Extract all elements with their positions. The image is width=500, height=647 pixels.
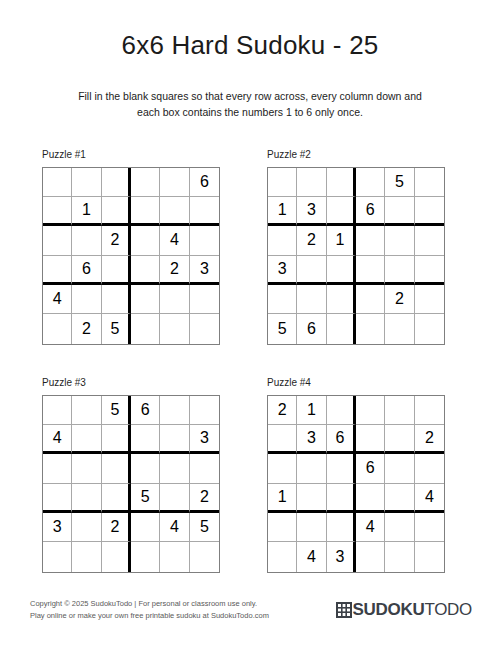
puzzle-2-cell-r6c1: 5 [268,314,297,343]
puzzle-4-cell-r5c1 [268,513,297,542]
puzzle-3: Puzzle #3 5643523245 [42,375,220,573]
puzzle-3-cell-r3c2 [72,454,101,483]
puzzle-4-cell-r1c4 [356,396,385,425]
puzzle-3-cell-r1c1 [43,396,72,425]
puzzle-2-cell-r3c2: 2 [297,226,326,255]
puzzle-3-cell-r1c3: 5 [102,396,131,425]
puzzle-2-cell-r5c5: 2 [385,285,414,314]
puzzle-3-cell-r3c4 [131,454,160,483]
puzzle-4-cell-r1c6 [415,396,444,425]
puzzle-1-cell-r1c1 [43,168,72,197]
puzzle-2-cell-r1c3 [327,168,356,197]
puzzle-3-cell-r5c6: 5 [190,513,219,542]
puzzle-2-cell-r1c2 [297,168,326,197]
puzzle-3-cell-r2c4 [131,425,160,454]
puzzle-2-cell-r5c1 [268,285,297,314]
puzzle-2-cell-r4c5 [385,256,414,285]
puzzle-4-cell-r4c1: 1 [268,484,297,513]
puzzle-4-cell-r4c2 [297,484,326,513]
puzzle-2-cell-r6c6 [415,314,444,343]
puzzle-4-cell-r6c3: 3 [327,542,356,571]
puzzle-1-cell-r6c6 [190,314,219,343]
puzzle-1-cell-r6c5 [160,314,189,343]
instructions-line-2: each box contains the numbers 1 to 6 onl… [137,106,363,118]
puzzle-1-cell-r5c1: 4 [43,285,72,314]
puzzle-4-cell-r4c4 [356,484,385,513]
puzzle-2-cell-r2c6 [415,197,444,226]
puzzle-4-cell-r3c2 [297,454,326,483]
puzzle-1-cell-r4c1 [43,256,72,285]
puzzle-2-cell-r5c4 [356,285,385,314]
puzzle-1-cell-r2c3 [102,197,131,226]
puzzle-3-cell-r6c2 [72,542,101,571]
puzzle-1-cell-r2c5 [160,197,189,226]
puzzle-1-cell-r5c4 [131,285,160,314]
puzzle-1-cell-r6c3: 5 [102,314,131,343]
puzzle-2: Puzzle #2 5136213256 [267,147,445,345]
puzzle-4-cell-r5c4: 4 [356,513,385,542]
puzzle-2-cell-r4c3 [327,256,356,285]
puzzle-1-cell-r3c4 [131,226,160,255]
puzzle-3-board: 5643523245 [42,395,220,573]
puzzle-2-cell-r2c2: 3 [297,197,326,226]
puzzle-1-cell-r4c4 [131,256,160,285]
puzzle-3-cell-r5c5: 4 [160,513,189,542]
puzzle-4-cell-r6c2: 4 [297,542,326,571]
puzzle-3-cell-r6c1 [43,542,72,571]
puzzle-3-cell-r4c1 [43,484,72,513]
logo-text-sudoku: SUDOKU [353,600,425,619]
puzzle-4-cell-r4c3 [327,484,356,513]
puzzle-4-cell-r6c6 [415,542,444,571]
puzzle-4-cell-r3c1 [268,454,297,483]
puzzle-4-cell-r3c6 [415,454,444,483]
puzzle-2-board: 5136213256 [267,167,445,345]
page-footer: Copyright © 2025 SudokuTodo | For person… [30,598,472,622]
puzzle-4-cell-r3c5 [385,454,414,483]
puzzle-4-cell-r1c5 [385,396,414,425]
puzzle-1-cell-r5c5 [160,285,189,314]
puzzle-4-cell-r6c5 [385,542,414,571]
puzzle-2-cell-r3c1 [268,226,297,255]
puzzle-1-cell-r2c4 [131,197,160,226]
puzzle-4-cell-r2c1 [268,425,297,454]
puzzle-1-cell-r1c3 [102,168,131,197]
puzzle-1-cell-r5c3 [102,285,131,314]
puzzle-3-cell-r2c3 [102,425,131,454]
puzzle-4-cell-r5c3 [327,513,356,542]
puzzle-3-cell-r1c6 [190,396,219,425]
puzzle-2-cell-r5c2 [297,285,326,314]
puzzle-1-cell-r1c6: 6 [190,168,219,197]
puzzle-4-cell-r1c1: 2 [268,396,297,425]
puzzle-4-cell-r2c3: 6 [327,425,356,454]
copyright-text: Copyright © 2025 SudokuTodo | For person… [30,598,269,622]
puzzle-1-cell-r2c2: 1 [72,197,101,226]
puzzle-4-cell-r5c2 [297,513,326,542]
puzzle-1-cell-r3c2 [72,226,101,255]
puzzle-3-cell-r4c3 [102,484,131,513]
puzzle-2-cell-r4c1: 3 [268,256,297,285]
puzzle-2-cell-r1c6 [415,168,444,197]
puzzle-4-cell-r5c5 [385,513,414,542]
puzzle-1-board: 6124623425 [42,167,220,345]
puzzle-1-cell-r3c1 [43,226,72,255]
puzzle-4-cell-r4c6: 4 [415,484,444,513]
puzzle-2-cell-r5c3 [327,285,356,314]
puzzle-3-cell-r4c4: 5 [131,484,160,513]
puzzle-2-cell-r3c3: 1 [327,226,356,255]
instructions-line-1: Fill in the blank squares so that every … [78,90,422,102]
puzzle-1: Puzzle #1 6124623425 [42,147,220,345]
puzzle-1-cell-r2c1 [43,197,72,226]
puzzle-3-cell-r4c5 [160,484,189,513]
puzzle-3-cell-r3c6 [190,454,219,483]
puzzle-4-cell-r1c2: 1 [297,396,326,425]
puzzle-4-cell-r2c5 [385,425,414,454]
instructions: Fill in the blank squares so that every … [40,88,460,121]
puzzle-1-cell-r5c2 [72,285,101,314]
puzzle-3-cell-r5c4 [131,513,160,542]
puzzle-3-cell-r5c1: 3 [43,513,72,542]
puzzle-1-cell-r4c6: 3 [190,256,219,285]
sudokutodo-logo: SUDOKUTODO [336,600,472,620]
puzzle-1-cell-r4c2: 6 [72,256,101,285]
puzzle-3-cell-r2c5 [160,425,189,454]
puzzle-3-cell-r3c5 [160,454,189,483]
puzzle-4-label: Puzzle #4 [267,375,445,390]
puzzle-1-cell-r6c1 [43,314,72,343]
puzzle-3-cell-r2c6: 3 [190,425,219,454]
puzzle-3-cell-r6c4 [131,542,160,571]
puzzle-3-cell-r5c3: 2 [102,513,131,542]
puzzle-4-cell-r6c1 [268,542,297,571]
puzzle-1-cell-r6c4 [131,314,160,343]
puzzle-1-cell-r1c5 [160,168,189,197]
puzzle-4-cell-r3c3 [327,454,356,483]
puzzle-1-cell-r4c3 [102,256,131,285]
puzzle-2-cell-r1c5: 5 [385,168,414,197]
puzzle-2-cell-r4c2 [297,256,326,285]
logo-text-todo: TODO [424,600,472,619]
puzzle-1-cell-r2c6 [190,197,219,226]
puzzle-2-cell-r1c1 [268,168,297,197]
puzzle-2-cell-r2c3 [327,197,356,226]
puzzle-2-cell-r5c6 [415,285,444,314]
puzzle-2-cell-r3c4 [356,226,385,255]
puzzle-3-cell-r3c1 [43,454,72,483]
puzzle-2-cell-r6c3 [327,314,356,343]
puzzle-4-cell-r1c3 [327,396,356,425]
puzzle-1-cell-r1c4 [131,168,160,197]
puzzle-4-cell-r6c4 [356,542,385,571]
puzzle-2-cell-r2c5 [385,197,414,226]
puzzle-3-cell-r6c6 [190,542,219,571]
puzzle-4-board: 21362614443 [267,395,445,573]
page-title: 6x6 Hard Sudoku - 25 [0,0,500,61]
puzzle-4-cell-r4c5 [385,484,414,513]
puzzle-2-label: Puzzle #2 [267,147,445,162]
puzzle-3-cell-r6c3 [102,542,131,571]
puzzle-1-cell-r3c3: 2 [102,226,131,255]
puzzle-3-label: Puzzle #3 [42,375,220,390]
sudoku-worksheet-page: 6x6 Hard Sudoku - 25 Fill in the blank s… [0,0,500,647]
puzzle-4-cell-r3c4: 6 [356,454,385,483]
puzzle-2-cell-r6c4 [356,314,385,343]
puzzle-4-cell-r2c2: 3 [297,425,326,454]
copyright-line-1: Copyright © 2025 SudokuTodo | For person… [30,598,269,610]
puzzle-3-cell-r4c2 [72,484,101,513]
puzzle-1-label: Puzzle #1 [42,147,220,162]
puzzle-grid-container: Puzzle #1 6124623425 Puzzle #2 513621325… [42,147,500,573]
puzzle-3-cell-r3c3 [102,454,131,483]
puzzle-2-cell-r2c4: 6 [356,197,385,226]
puzzle-4: Puzzle #4 21362614443 [267,375,445,573]
puzzle-2-cell-r3c6 [415,226,444,255]
sudoku-grid-icon [336,602,352,618]
puzzle-3-cell-r5c2 [72,513,101,542]
puzzle-2-cell-r4c6 [415,256,444,285]
puzzle-2-cell-r2c1: 1 [268,197,297,226]
puzzle-3-cell-r1c5 [160,396,189,425]
puzzle-1-cell-r3c6 [190,226,219,255]
puzzle-3-cell-r1c4: 6 [131,396,160,425]
puzzle-3-cell-r2c1: 4 [43,425,72,454]
puzzle-1-cell-r3c5: 4 [160,226,189,255]
puzzle-3-cell-r6c5 [160,542,189,571]
puzzle-3-cell-r1c2 [72,396,101,425]
puzzle-3-cell-r4c6: 2 [190,484,219,513]
puzzle-2-cell-r4c4 [356,256,385,285]
puzzle-1-cell-r4c5: 2 [160,256,189,285]
puzzle-1-cell-r5c6 [190,285,219,314]
puzzle-2-cell-r1c4 [356,168,385,197]
puzzle-4-cell-r2c6: 2 [415,425,444,454]
puzzle-2-cell-r3c5 [385,226,414,255]
puzzle-4-cell-r5c6 [415,513,444,542]
puzzle-1-cell-r1c2 [72,168,101,197]
puzzle-2-cell-r6c5 [385,314,414,343]
copyright-line-2: Play online or make your own free printa… [30,610,269,622]
puzzle-4-cell-r2c4 [356,425,385,454]
logo-text: SUDOKUTODO [353,600,472,620]
puzzle-3-cell-r2c2 [72,425,101,454]
puzzle-2-cell-r6c2: 6 [297,314,326,343]
puzzle-1-cell-r6c2: 2 [72,314,101,343]
